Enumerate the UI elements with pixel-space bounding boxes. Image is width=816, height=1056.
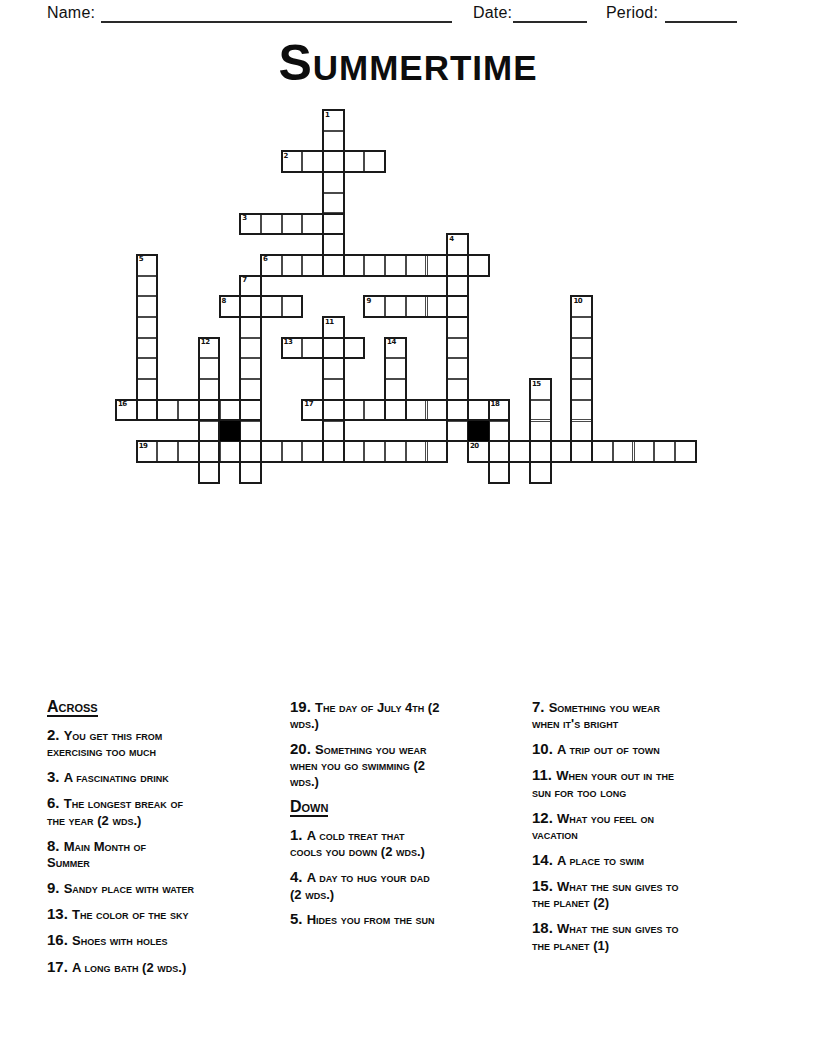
grid-cell-r9c8[interactable] xyxy=(282,296,303,317)
grid-cell-r12c4[interactable] xyxy=(199,358,220,379)
black-cell-r15c17 xyxy=(468,421,489,442)
worksheet-page: Name: Date: Period: Summertime 123456789… xyxy=(0,0,816,1056)
grid-cell-r2c12[interactable] xyxy=(364,151,385,172)
grid-cell-r13c4[interactable] xyxy=(199,379,220,400)
grid-cell-r6c10[interactable] xyxy=(323,234,344,255)
grid-cell-r17c18[interactable] xyxy=(489,462,510,483)
grid-cell-r16c26[interactable] xyxy=(654,441,675,462)
clue-number-label: 11. xyxy=(532,766,556,783)
grid-cell-r7c10[interactable] xyxy=(323,255,344,276)
grid-cell-r7c13[interactable] xyxy=(385,255,406,276)
clue-number-label: 12. xyxy=(532,809,557,826)
grid-cell-r17c6[interactable] xyxy=(240,462,261,483)
grid-cell-r15c18[interactable] xyxy=(489,421,510,442)
cell-number-6: 6 xyxy=(263,256,267,263)
clue-20: 20. Something you wear when you go swimm… xyxy=(290,740,532,790)
cell-number-1: 1 xyxy=(325,112,329,119)
grid-cell-r16c20[interactable] xyxy=(530,441,551,462)
grid-cell-r14c16[interactable] xyxy=(447,400,468,421)
grid-cell-r7c12[interactable] xyxy=(364,255,385,276)
clue-2: 2. You get this from exercising too much xyxy=(47,726,285,760)
clue-text: The longest break of the year (2 wds.) xyxy=(47,796,183,827)
grid-cell-r14c1[interactable] xyxy=(137,400,158,421)
cell-number-3: 3 xyxy=(242,215,246,222)
clue-11: 11. When your out in the sun for too lon… xyxy=(532,766,788,800)
grid-cell-r14c15[interactable] xyxy=(427,400,448,421)
grid-cell-r13c1[interactable] xyxy=(137,379,158,400)
cell-number-16: 16 xyxy=(118,401,127,408)
clue-7: 7. Something you wear when it's bright xyxy=(532,698,788,732)
grid-cell-r16c23[interactable] xyxy=(592,441,613,462)
clue-number-label: 4. xyxy=(290,868,307,885)
across-clues-header: Across xyxy=(47,699,98,717)
grid-cell-r8c16[interactable] xyxy=(447,276,468,297)
clue-15: 15. What the sun gives to the planet (2) xyxy=(532,877,788,911)
grid-cell-r12c1[interactable] xyxy=(137,358,158,379)
clue-number-label: 3. xyxy=(47,768,64,785)
grid-cell-r9c16[interactable] xyxy=(447,296,468,317)
grid-cell-r16c21[interactable] xyxy=(551,441,572,462)
clue-text: Sandy place with water xyxy=(64,881,194,896)
grid-cell-r7c9[interactable] xyxy=(302,255,323,276)
clue-text: Something you wear when it's bright xyxy=(532,700,660,731)
grid-cell-r11c16[interactable] xyxy=(447,338,468,359)
grid-cell-r14c14[interactable] xyxy=(406,400,427,421)
grid-cell-r16c6[interactable] xyxy=(240,441,261,462)
grid-cell-r14c13[interactable] xyxy=(385,400,406,421)
clue-number-label: 13. xyxy=(47,905,72,922)
cell-number-15: 15 xyxy=(532,381,541,388)
period-blank-line[interactable] xyxy=(665,2,737,23)
grid-cell-r14c6[interactable] xyxy=(240,400,261,421)
clue-number-label: 6. xyxy=(47,794,64,811)
grid-cell-r2c10[interactable] xyxy=(323,151,344,172)
clue-text: A long bath (2 wds.) xyxy=(72,960,186,975)
cell-number-9: 9 xyxy=(366,298,370,305)
clue-number-label: 10. xyxy=(532,740,557,757)
grid-cell-r11c6[interactable] xyxy=(240,338,261,359)
clue-1: 1. A cold treat that cools you down (2 w… xyxy=(290,826,532,860)
grid-cell-r15c4[interactable] xyxy=(199,421,220,442)
grid-cell-r10c6[interactable] xyxy=(240,317,261,338)
grid-cell-r10c16[interactable] xyxy=(447,317,468,338)
clue-number-label: 17. xyxy=(47,958,72,975)
clue-text: A place to swim xyxy=(557,853,644,868)
grid-cell-r10c1[interactable] xyxy=(137,317,158,338)
grid-cell-r2c9[interactable] xyxy=(302,151,323,172)
clue-text: A fascinating drink xyxy=(64,770,169,785)
grid-cell-r14c10[interactable] xyxy=(323,400,344,421)
clue-text: The color of the sky xyxy=(72,907,188,922)
down-clues-header: Down xyxy=(290,799,328,817)
grid-cell-r14c3[interactable] xyxy=(178,400,199,421)
grid-cell-r11c11[interactable] xyxy=(344,338,365,359)
grid-cell-r12c13[interactable] xyxy=(385,358,406,379)
grid-cell-r16c3[interactable] xyxy=(178,441,199,462)
clue-number-label: 14. xyxy=(532,851,557,868)
cell-number-17: 17 xyxy=(304,401,313,408)
cell-number-10: 10 xyxy=(573,298,582,305)
grid-cell-r16c10[interactable] xyxy=(323,441,344,462)
clue-number-label: 7. xyxy=(532,698,549,715)
clue-6: 6. The longest break of the year (2 wds.… xyxy=(47,794,285,828)
cell-number-20: 20 xyxy=(470,443,479,450)
grid-cell-r9c13[interactable] xyxy=(385,296,406,317)
grid-cell-r17c4[interactable] xyxy=(199,462,220,483)
grid-cell-r9c15[interactable] xyxy=(427,296,448,317)
grid-cell-r4c10[interactable] xyxy=(323,193,344,214)
clue-text: You get this from exercising too much xyxy=(47,728,162,759)
grid-cell-r7c8[interactable] xyxy=(282,255,303,276)
grid-cell-r16c22[interactable] xyxy=(571,441,592,462)
grid-cell-r12c22[interactable] xyxy=(571,358,592,379)
grid-cell-r14c2[interactable] xyxy=(157,400,178,421)
grid-cell-r14c5[interactable] xyxy=(220,400,241,421)
clue-number-label: 9. xyxy=(47,879,64,896)
puzzle-title: Summertime xyxy=(0,38,816,88)
grid-cell-r12c10[interactable] xyxy=(323,358,344,379)
cell-number-4: 4 xyxy=(449,236,453,243)
grid-cell-r12c6[interactable] xyxy=(240,358,261,379)
grid-cell-r16c13[interactable] xyxy=(385,441,406,462)
clue-number-label: 19. xyxy=(290,698,315,715)
clue-12: 12. What you feel on vacation xyxy=(532,809,788,843)
clue-text: Shoes with holes xyxy=(72,933,167,948)
grid-cell-r8c1[interactable] xyxy=(137,276,158,297)
clue-number-label: 18. xyxy=(532,919,557,936)
grid-cell-r11c1[interactable] xyxy=(137,338,158,359)
cell-number-11: 11 xyxy=(325,319,334,326)
grid-cell-r16c18[interactable] xyxy=(489,441,510,462)
grid-cell-r2c11[interactable] xyxy=(344,151,365,172)
grid-cell-r14c22[interactable] xyxy=(571,400,592,421)
clue-17: 17. A long bath (2 wds.) xyxy=(47,958,285,976)
grid-cell-r3c10[interactable] xyxy=(323,172,344,193)
grid-cell-r16c2[interactable] xyxy=(157,441,178,462)
grid-cell-r9c6[interactable] xyxy=(240,296,261,317)
grid-cell-r15c16[interactable] xyxy=(447,421,468,442)
grid-cell-r15c22[interactable] xyxy=(571,421,592,442)
grid-cell-r16c19[interactable] xyxy=(509,441,530,462)
cell-number-19: 19 xyxy=(139,443,148,450)
name-blank-line[interactable] xyxy=(101,2,452,23)
grid-cell-r14c11[interactable] xyxy=(344,400,365,421)
grid-cell-r16c9[interactable] xyxy=(302,441,323,462)
grid-cell-r13c16[interactable] xyxy=(447,379,468,400)
grid-cell-r15c6[interactable] xyxy=(240,421,261,442)
grid-cell-r7c14[interactable] xyxy=(406,255,427,276)
grid-cell-r14c20[interactable] xyxy=(530,400,551,421)
clue-8: 8. Main Month of Summer xyxy=(47,837,285,871)
grid-cell-r16c14[interactable] xyxy=(406,441,427,462)
grid-cell-r12c16[interactable] xyxy=(447,358,468,379)
grid-cell-r11c9[interactable] xyxy=(302,338,323,359)
grid-cell-r9c14[interactable] xyxy=(406,296,427,317)
grid-cell-r13c13[interactable] xyxy=(385,379,406,400)
clue-16: 16. Shoes with holes xyxy=(47,931,285,949)
clue-number-label: 20. xyxy=(290,740,315,757)
grid-cell-r16c25[interactable] xyxy=(634,441,655,462)
clue-number-label: 8. xyxy=(47,837,64,854)
clue-text: Hides you from the sun xyxy=(307,912,435,927)
grid-cell-r11c22[interactable] xyxy=(571,338,592,359)
clue-text: A cold treat that cools you down (2 wds.… xyxy=(290,828,425,859)
grid-cell-r14c4[interactable] xyxy=(199,400,220,421)
grid-cell-r5c9[interactable] xyxy=(302,214,323,235)
black-cell-r15c5 xyxy=(220,421,241,442)
grid-cell-r13c22[interactable] xyxy=(571,379,592,400)
grid-cell-r16c11[interactable] xyxy=(344,441,365,462)
clue-number-label: 15. xyxy=(532,877,557,894)
grid-cell-r13c10[interactable] xyxy=(323,379,344,400)
clue-18: 18. What the sun gives to the planet (1) xyxy=(532,919,788,953)
grid-cell-r7c16[interactable] xyxy=(447,255,468,276)
clue-19: 19. The day of July 4th (2 wds.) xyxy=(290,698,532,732)
grid-cell-r1c10[interactable] xyxy=(323,131,344,152)
period-label: Period: xyxy=(606,4,658,22)
grid-cell-r15c20[interactable] xyxy=(530,421,551,442)
grid-cell-r7c17[interactable] xyxy=(468,255,489,276)
crossword-board: 1234567891011121314151617181920 xyxy=(116,110,697,484)
clue-number-label: 2. xyxy=(47,726,64,743)
grid-cell-r5c10[interactable] xyxy=(323,214,344,235)
cell-number-12: 12 xyxy=(201,339,210,346)
grid-cell-r16c12[interactable] xyxy=(364,441,385,462)
date-label: Date: xyxy=(473,4,512,22)
grid-cell-r16c7[interactable] xyxy=(261,441,282,462)
cell-number-5: 5 xyxy=(139,256,143,263)
clue-3: 3. A fascinating drink xyxy=(47,768,285,786)
grid-cell-r9c1[interactable] xyxy=(137,296,158,317)
grid-cell-r7c15[interactable] xyxy=(427,255,448,276)
grid-cell-r10c22[interactable] xyxy=(571,317,592,338)
grid-cell-r16c24[interactable] xyxy=(613,441,634,462)
clue-text: A trip out of town xyxy=(557,742,660,757)
cell-number-2: 2 xyxy=(284,153,288,160)
clue-text: A day to hug your dad (2 wds.) xyxy=(290,870,430,901)
grid-cell-r9c7[interactable] xyxy=(261,296,282,317)
clue-4: 4. A day to hug your dad (2 wds.) xyxy=(290,868,532,902)
grid-cell-r11c10[interactable] xyxy=(323,338,344,359)
cell-number-13: 13 xyxy=(284,339,293,346)
grid-cell-r16c8[interactable] xyxy=(282,441,303,462)
clue-column-2: 19. The day of July 4th (2 wds.)20. Some… xyxy=(290,698,532,937)
grid-cell-r16c27[interactable] xyxy=(675,441,696,462)
grid-cell-r17c20[interactable] xyxy=(530,462,551,483)
grid-cell-r5c7[interactable] xyxy=(261,214,282,235)
grid-cell-r14c12[interactable] xyxy=(364,400,385,421)
grid-cell-r14c17[interactable] xyxy=(468,400,489,421)
clue-column-1: Across2. You get this from exercising to… xyxy=(47,698,285,984)
grid-cell-r16c4[interactable] xyxy=(199,441,220,462)
grid-cell-r5c8[interactable] xyxy=(282,214,303,235)
grid-cell-r7c11[interactable] xyxy=(344,255,365,276)
clue-number-label: 16. xyxy=(47,931,72,948)
cell-number-8: 8 xyxy=(222,298,226,305)
clue-10: 10. A trip out of town xyxy=(532,740,788,758)
name-label: Name: xyxy=(47,4,95,22)
clue-14: 14. A place to swim xyxy=(532,851,788,869)
date-blank-line[interactable] xyxy=(513,2,587,23)
clue-5: 5. Hides you from the sun xyxy=(290,910,532,928)
cell-number-7: 7 xyxy=(242,277,246,284)
clue-9: 9. Sandy place with water xyxy=(47,879,285,897)
grid-cell-r13c6[interactable] xyxy=(240,379,261,400)
grid-cell-r15c10[interactable] xyxy=(323,421,344,442)
clue-13: 13. The color of the sky xyxy=(47,905,285,923)
grid-cell-r16c15[interactable] xyxy=(427,441,448,462)
clue-column-3: 7. Something you wear when it's bright10… xyxy=(532,698,788,961)
clue-number-label: 1. xyxy=(290,826,307,843)
cell-number-14: 14 xyxy=(387,339,396,346)
clue-number-label: 5. xyxy=(290,910,307,927)
grid-cell-r16c5[interactable] xyxy=(220,441,241,462)
cell-number-18: 18 xyxy=(491,401,500,408)
